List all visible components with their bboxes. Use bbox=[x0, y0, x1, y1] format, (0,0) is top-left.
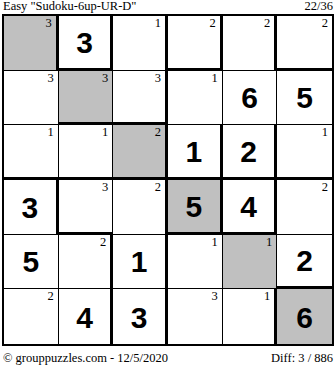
corner-mark: 3 bbox=[155, 71, 161, 85]
cell-r2c2[interactable]: 3 bbox=[59, 71, 114, 126]
corner-mark: 3 bbox=[211, 289, 217, 303]
corner-mark: 2 bbox=[155, 125, 161, 139]
cell-r1c5[interactable]: 2 bbox=[223, 16, 278, 71]
digit: 1 bbox=[185, 137, 202, 167]
cell-r6c6: 6 bbox=[277, 289, 332, 344]
cell-r1c4[interactable]: 2 bbox=[168, 16, 223, 71]
cell-r6c4[interactable]: 3 bbox=[168, 289, 223, 344]
corner-mark: 2 bbox=[100, 235, 106, 249]
header: Easy "Sudoku-6up-UR-D" 22/36 bbox=[3, 0, 333, 13]
cell-r6c2: 4 bbox=[59, 289, 114, 344]
corner-mark: 3 bbox=[45, 16, 51, 30]
cell-r5c2[interactable]: 2 bbox=[59, 235, 114, 290]
digit: 5 bbox=[22, 247, 39, 277]
digit: 6 bbox=[241, 83, 258, 113]
cell-r4c6[interactable]: 2 bbox=[277, 180, 332, 235]
sudoku-grid: 331222333165112121332542521112243316 bbox=[2, 14, 334, 346]
corner-mark: 3 bbox=[102, 180, 108, 194]
cell-r6c5[interactable]: 1 bbox=[223, 289, 278, 344]
corner-mark: 1 bbox=[322, 125, 328, 139]
page-title: Easy "Sudoku-6up-UR-D" bbox=[3, 0, 136, 13]
cell-r2c6: 5 bbox=[277, 71, 332, 126]
digit: 5 bbox=[185, 192, 202, 222]
digit: 5 bbox=[296, 83, 313, 113]
corner-mark: 1 bbox=[211, 235, 217, 249]
cell-r2c5: 6 bbox=[223, 71, 278, 126]
cell-r5c4[interactable]: 1 bbox=[168, 235, 223, 290]
cell-r4c3[interactable]: 2 bbox=[113, 180, 168, 235]
cell-r4c5: 4 bbox=[223, 180, 278, 235]
cell-r6c3: 3 bbox=[113, 289, 168, 344]
cell-r3c5: 2 bbox=[223, 125, 278, 180]
puzzle-counter: 22/36 bbox=[305, 0, 333, 13]
corner-mark: 1 bbox=[211, 71, 217, 85]
digit: 3 bbox=[131, 303, 148, 333]
digit: 4 bbox=[240, 192, 257, 222]
cell-r1c3[interactable]: 1 bbox=[113, 16, 168, 71]
cell-r4c4: 5 bbox=[168, 180, 223, 235]
cell-r5c3: 1 bbox=[113, 235, 168, 290]
cell-r4c2[interactable]: 3 bbox=[59, 180, 114, 235]
cell-r3c6[interactable]: 1 bbox=[277, 125, 332, 180]
cell-r5c6: 2 bbox=[277, 235, 332, 290]
cell-r2c3[interactable]: 3 bbox=[113, 71, 168, 126]
difficulty-text: Diff: 3 / 886 bbox=[271, 351, 333, 365]
cell-r2c4[interactable]: 1 bbox=[168, 71, 223, 126]
digit: 1 bbox=[131, 247, 148, 277]
cell-r1c6[interactable]: 2 bbox=[277, 16, 332, 71]
digit: 4 bbox=[76, 303, 93, 333]
digit: 2 bbox=[296, 246, 313, 276]
corner-mark: 2 bbox=[155, 180, 161, 194]
cell-r3c2[interactable]: 1 bbox=[59, 125, 114, 180]
digit: 6 bbox=[296, 303, 313, 333]
cell-r4c1: 3 bbox=[4, 180, 59, 235]
corner-mark: 1 bbox=[47, 125, 53, 139]
corner-mark: 1 bbox=[102, 125, 108, 139]
corner-mark: 2 bbox=[322, 180, 328, 194]
digit: 2 bbox=[240, 137, 257, 167]
corner-mark: 3 bbox=[102, 71, 108, 85]
corner-mark: 2 bbox=[209, 16, 215, 30]
footer: © grouppuzzles.com - 12/5/2020 Diff: 3 /… bbox=[3, 351, 333, 365]
corner-mark: 2 bbox=[47, 289, 53, 303]
copyright-text: © grouppuzzles.com - 12/5/2020 bbox=[3, 351, 168, 365]
corner-mark: 2 bbox=[264, 16, 270, 30]
cell-r2c1[interactable]: 3 bbox=[4, 71, 59, 126]
cell-r3c3[interactable]: 2 bbox=[113, 125, 168, 180]
corner-mark: 2 bbox=[322, 16, 328, 30]
corner-mark: 1 bbox=[266, 235, 272, 249]
digit: 3 bbox=[76, 28, 93, 58]
corner-mark: 1 bbox=[155, 16, 161, 30]
corner-mark: 3 bbox=[47, 71, 53, 85]
cell-r3c1[interactable]: 1 bbox=[4, 125, 59, 180]
cell-r6c1[interactable]: 2 bbox=[4, 289, 59, 344]
digit: 3 bbox=[21, 193, 38, 223]
cell-r1c2: 3 bbox=[59, 16, 114, 71]
cell-r3c4: 1 bbox=[168, 125, 223, 180]
cell-r5c1: 5 bbox=[4, 235, 59, 290]
cell-r5c5[interactable]: 1 bbox=[223, 235, 278, 290]
puzzle-page: Easy "Sudoku-6up-UR-D" 22/36 33122233316… bbox=[0, 0, 336, 370]
corner-mark: 1 bbox=[264, 289, 270, 303]
cell-r1c1[interactable]: 3 bbox=[4, 16, 59, 71]
